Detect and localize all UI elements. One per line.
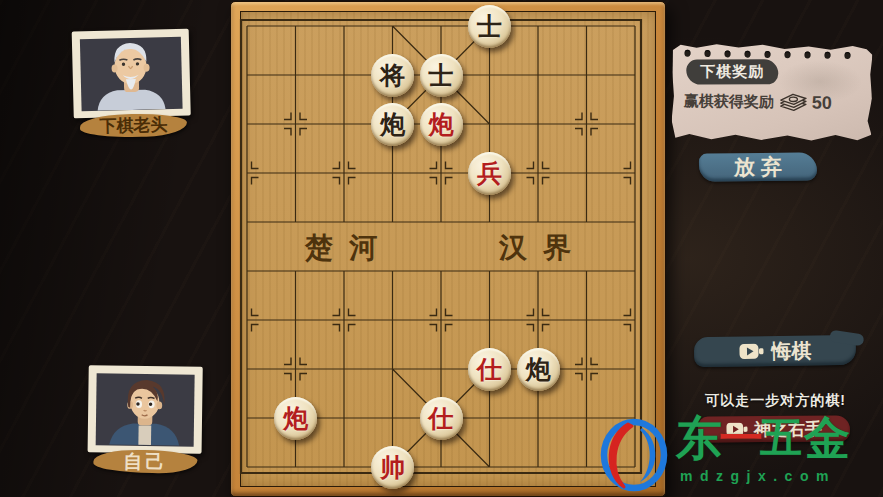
piece-red-advisor[interactable]: 仕	[420, 397, 463, 440]
opponent-avatar-card: 下棋老头	[72, 29, 192, 142]
self-name: 自己	[123, 448, 167, 475]
reward-panel: 下棋奖励 赢棋获得奖励 50	[671, 43, 872, 143]
piece-red-cannon[interactable]: 炮	[420, 103, 463, 146]
piece-black-cannon[interactable]: 炮	[517, 348, 560, 391]
reward-line: 赢棋获得奖励	[684, 91, 774, 111]
game-screen: 楚河 汉界 士将士炮炮兵仕炮炮仕帅	[0, 0, 883, 497]
reward-row: 赢棋获得奖励 50	[684, 90, 832, 114]
give-up-button[interactable]: 放弃	[699, 152, 817, 181]
opponent-name: 下棋老头	[99, 113, 168, 138]
self-photo-frame	[88, 365, 203, 454]
brand-char: 五	[760, 412, 802, 464]
paper-hole	[744, 51, 750, 58]
brand-char: 金	[804, 412, 850, 464]
self-name-band: 自己	[93, 449, 197, 473]
watermark-domain: mdzgjx.com	[680, 468, 836, 484]
banknotes-icon	[778, 91, 808, 113]
piece-black-advisor[interactable]: 士	[420, 54, 463, 97]
paper-hole	[724, 50, 730, 57]
piece-red-advisor[interactable]: 仕	[468, 348, 511, 391]
undo-label: 悔棋	[771, 337, 811, 365]
undo-button[interactable]: 悔棋	[694, 335, 856, 367]
self-avatar	[96, 373, 195, 446]
piece-red-soldier[interactable]: 兵	[468, 152, 511, 195]
piece-red-general[interactable]: 帅	[371, 446, 414, 489]
reward-title-badge: 下棋奖励	[686, 59, 778, 84]
piece-black-general[interactable]: 将	[371, 54, 414, 97]
reward-amount: 50	[812, 92, 832, 113]
river-label-hanjie: 汉界	[475, 228, 595, 268]
paper-hole	[684, 50, 690, 57]
paper-hole	[824, 52, 830, 59]
paper-holes	[684, 50, 850, 59]
paper-hole	[704, 50, 710, 57]
young-man-portrait-icon	[96, 373, 195, 446]
old-man-portrait-icon	[80, 37, 183, 111]
self-avatar-card: 自己	[87, 365, 203, 477]
paper-hole	[784, 51, 790, 58]
brand-char: 东	[676, 412, 722, 464]
paper-hole	[764, 51, 770, 58]
paper-hole	[844, 52, 850, 59]
brand-char: 一	[719, 412, 763, 464]
opponent-photo-frame	[72, 29, 191, 119]
watermark-brand: 东 一 五 金	[676, 412, 850, 464]
video-ad-icon	[738, 343, 763, 359]
watermark: 东 一 五 金 mdzgjx.com	[588, 408, 883, 497]
piece-red-cannon[interactable]: 炮	[274, 397, 317, 440]
river-label-chuhe: 楚河	[281, 228, 401, 268]
piece-black-cannon[interactable]: 炮	[371, 103, 414, 146]
opponent-avatar	[80, 37, 183, 111]
give-up-label: 放弃	[728, 153, 788, 182]
watermark-logo-icon	[596, 414, 672, 496]
paper-hole	[804, 51, 810, 58]
piece-black-advisor[interactable]: 士	[468, 5, 511, 48]
